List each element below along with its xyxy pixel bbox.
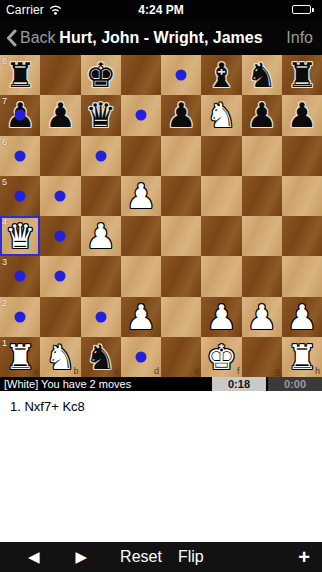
black-pawn-e7[interactable]: ♟	[161, 95, 201, 135]
white-king-f1[interactable]: ♚	[201, 337, 241, 377]
square-h4[interactable]	[282, 216, 322, 256]
move-hint-dot-b5[interactable]	[55, 190, 66, 201]
square-f8[interactable]: ♝	[201, 55, 241, 95]
square-e3[interactable]	[161, 256, 201, 296]
square-f6[interactable]	[201, 136, 241, 176]
file-label-c: c	[114, 366, 119, 376]
square-d8[interactable]	[121, 55, 161, 95]
square-g6[interactable]	[242, 136, 282, 176]
turn-message: [White] You have 2 moves	[0, 377, 212, 391]
move-hint-dot-c2[interactable]	[95, 311, 106, 322]
square-f3[interactable]	[201, 256, 241, 296]
black-bishop-f8[interactable]: ♝	[201, 55, 241, 95]
white-knight-f7[interactable]: ♞	[201, 95, 241, 135]
square-h1[interactable]: h♜	[282, 337, 322, 377]
rank-label-4: 4	[2, 217, 7, 227]
square-h6[interactable]	[282, 136, 322, 176]
move-hint-dot-a3[interactable]	[15, 271, 26, 282]
square-c1[interactable]: c♞	[81, 337, 121, 377]
previous-move-button[interactable]: ◀	[28, 548, 40, 566]
flip-board-button[interactable]: Flip	[178, 548, 204, 566]
black-clock: 0:00	[268, 377, 322, 391]
square-g3[interactable]	[242, 256, 282, 296]
square-g4[interactable]	[242, 216, 282, 256]
square-e2[interactable]	[161, 297, 201, 337]
file-label-h: h	[315, 366, 320, 376]
reset-button[interactable]: Reset	[120, 548, 162, 566]
move-hint-dot-d1[interactable]	[135, 351, 146, 362]
square-g8[interactable]: ♞	[242, 55, 282, 95]
square-b6[interactable]	[40, 136, 80, 176]
square-d4[interactable]	[121, 216, 161, 256]
square-a8[interactable]: 8♜	[0, 55, 40, 95]
square-f2[interactable]: ♟	[201, 297, 241, 337]
square-a6[interactable]: 6	[0, 136, 40, 176]
square-f5[interactable]	[201, 176, 241, 216]
square-e6[interactable]	[161, 136, 201, 176]
white-pawn-d5[interactable]: ♟	[121, 176, 161, 216]
black-king-c8[interactable]: ♚	[81, 55, 121, 95]
black-pawn-h7[interactable]: ♟	[282, 95, 322, 135]
back-button[interactable]: Back	[6, 29, 56, 47]
square-h3[interactable]	[282, 256, 322, 296]
bottom-toolbar: ◀ ▶ Reset Flip +	[0, 542, 322, 572]
clock-time: 4:24 PM	[0, 3, 322, 17]
square-a2[interactable]: 2	[0, 297, 40, 337]
square-c3[interactable]	[81, 256, 121, 296]
square-d1[interactable]: d	[121, 337, 161, 377]
square-g7[interactable]: ♟	[242, 95, 282, 135]
rank-label-7: 7	[2, 96, 7, 106]
square-c2[interactable]	[81, 297, 121, 337]
move-hint-dot-a6[interactable]	[15, 150, 26, 161]
black-rook-h8[interactable]: ♜	[282, 55, 322, 95]
square-d2[interactable]: ♟	[121, 297, 161, 337]
square-h8[interactable]: ♜	[282, 55, 322, 95]
move-hint-dot-a7[interactable]	[15, 110, 26, 121]
square-c6[interactable]	[81, 136, 121, 176]
move-hint-dot-a5[interactable]	[15, 190, 26, 201]
navigation-bar: Back Hurt, John - Wright, James Info	[0, 20, 322, 55]
square-b2[interactable]	[40, 297, 80, 337]
move-hint-dot-a2[interactable]	[15, 311, 26, 322]
square-d5[interactable]: ♟	[121, 176, 161, 216]
rank-label-1: 1	[2, 338, 7, 348]
rank-label-8: 8	[2, 56, 7, 66]
next-move-button[interactable]: ▶	[76, 548, 88, 566]
square-d6[interactable]	[121, 136, 161, 176]
move-hint-dot-c6[interactable]	[95, 150, 106, 161]
square-a5[interactable]: 5	[0, 176, 40, 216]
white-pawn-c4[interactable]: ♟	[81, 216, 121, 256]
chevron-left-icon	[6, 29, 17, 47]
square-h2[interactable]: ♟	[282, 297, 322, 337]
move-hint-dot-e8[interactable]	[176, 70, 187, 81]
move-list: 1. Nxf7+ Kc8	[0, 391, 322, 542]
black-pawn-g7[interactable]: ♟	[242, 95, 282, 135]
square-b4[interactable]	[40, 216, 80, 256]
battery-icon	[292, 5, 314, 14]
square-b1[interactable]: b♞	[40, 337, 80, 377]
info-button[interactable]: Info	[286, 29, 313, 47]
square-a1[interactable]: 1a♜	[0, 337, 40, 377]
chess-board: 8♜♚♝♞♜7♟♟♛♟♞♟♟65♟4♛♟32♟♟♟♟1a♜b♞c♞def♚gh♜	[0, 55, 322, 377]
status-bar: Carrier 4:24 PM	[0, 0, 322, 20]
white-pawn-d2[interactable]: ♟	[121, 297, 161, 337]
square-b3[interactable]	[40, 256, 80, 296]
square-e8[interactable]	[161, 55, 201, 95]
square-e7[interactable]: ♟	[161, 95, 201, 135]
square-e1[interactable]: e	[161, 337, 201, 377]
file-label-a: a	[33, 366, 38, 376]
app-window: Carrier 4:24 PM Back Hurt, John - Wright…	[0, 0, 322, 572]
square-c5[interactable]	[81, 176, 121, 216]
square-d7[interactable]	[121, 95, 161, 135]
white-pawn-g2[interactable]: ♟	[242, 297, 282, 337]
file-label-b: b	[73, 366, 78, 376]
white-clock: 0:18	[212, 377, 266, 391]
square-g1[interactable]: g	[242, 337, 282, 377]
white-pawn-h2[interactable]: ♟	[282, 297, 322, 337]
rank-label-5: 5	[2, 177, 7, 187]
black-knight-g8[interactable]: ♞	[242, 55, 282, 95]
move-hint-dot-b4[interactable]	[55, 231, 66, 242]
move-hint-dot-d7[interactable]	[135, 110, 146, 121]
square-a7[interactable]: 7♟	[0, 95, 40, 135]
file-label-f: f	[237, 366, 240, 376]
file-label-d: d	[154, 366, 159, 376]
move-list-line: 1. Nxf7+ Kc8	[10, 399, 85, 414]
rank-label-3: 3	[2, 257, 7, 267]
square-b5[interactable]	[40, 176, 80, 216]
square-e5[interactable]	[161, 176, 201, 216]
square-f7[interactable]: ♞	[201, 95, 241, 135]
rank-label-2: 2	[2, 298, 7, 308]
square-b8[interactable]	[40, 55, 80, 95]
black-pawn-b7[interactable]: ♟	[40, 95, 80, 135]
black-queen-c7[interactable]: ♛	[81, 95, 121, 135]
square-e4[interactable]	[161, 216, 201, 256]
game-status-bar: [White] You have 2 moves 0:18 0:00	[0, 377, 322, 391]
square-a3[interactable]: 3	[0, 256, 40, 296]
square-h7[interactable]: ♟	[282, 95, 322, 135]
square-c7[interactable]: ♛	[81, 95, 121, 135]
move-hint-dot-b3[interactable]	[55, 271, 66, 282]
square-f1[interactable]: f♚	[201, 337, 241, 377]
back-button-label: Back	[20, 29, 56, 47]
square-c4[interactable]: ♟	[81, 216, 121, 256]
rank-label-6: 6	[2, 137, 7, 147]
square-f4[interactable]	[201, 216, 241, 256]
file-label-e: e	[194, 366, 199, 376]
square-b7[interactable]: ♟	[40, 95, 80, 135]
square-g5[interactable]	[242, 176, 282, 216]
square-g2[interactable]: ♟	[242, 297, 282, 337]
white-pawn-f2[interactable]: ♟	[201, 297, 241, 337]
square-c8[interactable]: ♚	[81, 55, 121, 95]
file-label-g: g	[275, 366, 280, 376]
square-h5[interactable]	[282, 176, 322, 216]
square-a4[interactable]: 4♛	[0, 216, 40, 256]
add-button[interactable]: +	[298, 547, 310, 567]
square-d3[interactable]	[121, 256, 161, 296]
